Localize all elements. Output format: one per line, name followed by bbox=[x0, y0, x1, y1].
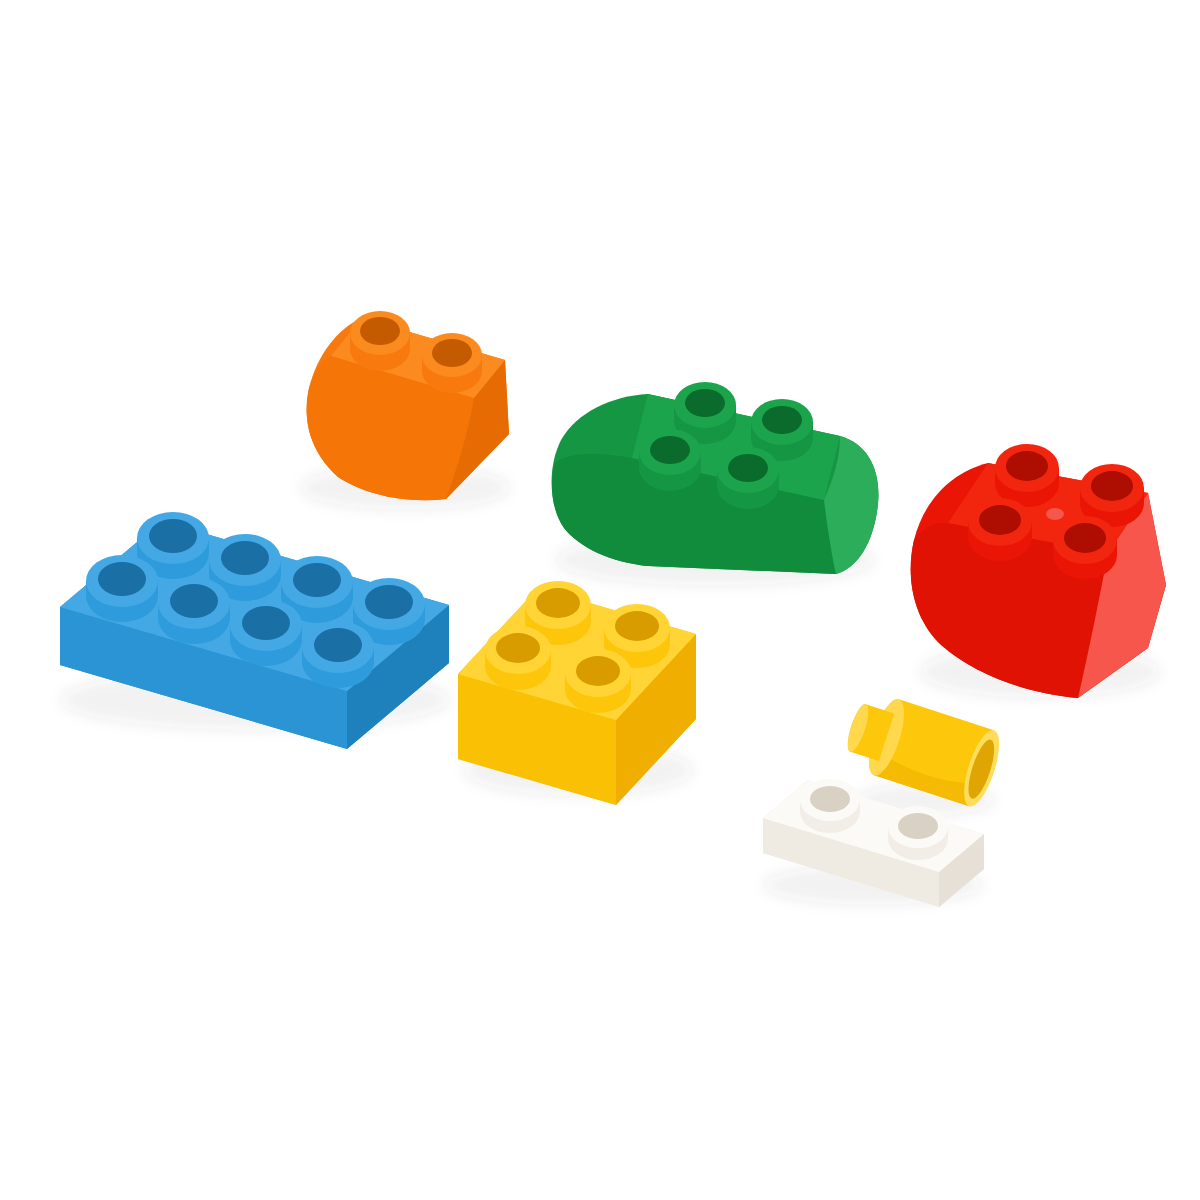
stud-hole bbox=[293, 563, 341, 597]
blocks-canvas bbox=[0, 0, 1200, 1200]
stud-hole bbox=[615, 611, 659, 641]
stud-hole bbox=[1091, 471, 1133, 501]
stud-hole bbox=[149, 519, 197, 553]
red-mold-pip bbox=[1046, 508, 1064, 520]
stud-hole bbox=[1064, 523, 1106, 553]
stud-hole bbox=[242, 606, 290, 640]
stud-hole bbox=[496, 633, 540, 663]
stud-hole bbox=[762, 406, 802, 434]
stud-hole bbox=[979, 505, 1021, 535]
stud-hole bbox=[360, 317, 400, 345]
orange-curved-brick bbox=[307, 311, 509, 500]
stud-hole bbox=[432, 339, 472, 367]
stud-hole bbox=[810, 786, 850, 812]
stud-hole bbox=[365, 585, 413, 619]
stud-hole bbox=[98, 562, 146, 596]
stud-hole bbox=[221, 541, 269, 575]
stud-hole bbox=[685, 389, 725, 417]
stud-hole bbox=[314, 628, 362, 662]
orange-mold-pip bbox=[410, 347, 424, 357]
stud-hole bbox=[170, 584, 218, 618]
stud-hole bbox=[898, 813, 938, 839]
stud-hole bbox=[728, 454, 768, 482]
stud-hole bbox=[576, 656, 620, 686]
stud-hole bbox=[1006, 451, 1048, 481]
stud-hole bbox=[650, 436, 690, 464]
blocks-photo-scene bbox=[0, 0, 1200, 1200]
green-curved-brick bbox=[552, 382, 879, 574]
stud-hole bbox=[536, 588, 580, 618]
